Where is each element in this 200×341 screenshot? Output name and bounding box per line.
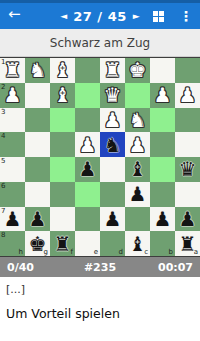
square-c8[interactable]: c♝ (125, 231, 150, 256)
square-e8[interactable]: e (75, 231, 100, 256)
square-c4[interactable]: ♟ (125, 132, 150, 157)
turn-status-bar: Schwarz am Zug (0, 29, 200, 57)
square-b8[interactable]: b (150, 231, 175, 256)
black-pawn: ♟ (129, 184, 147, 204)
white-pawn: ♟ (104, 110, 122, 130)
file-label-d: d (119, 248, 123, 256)
timer: 00:07 (131, 261, 193, 274)
square-g4[interactable] (25, 132, 50, 157)
square-a5[interactable]: ♛ (175, 157, 200, 182)
app-toolbar: ← ◄ 27 / 45 ► ⋮ (0, 0, 200, 29)
square-h1[interactable]: 1♜ (0, 58, 25, 83)
score-counter: 0/40 (7, 261, 69, 274)
square-d4[interactable]: ♞ (100, 132, 125, 157)
black-pawn: ♟ (4, 209, 22, 229)
file-label-a: a (194, 248, 198, 256)
black-pawn: ♟ (79, 159, 97, 179)
square-e6[interactable] (75, 182, 100, 207)
white-knight: ♞ (129, 110, 147, 130)
file-label-g: g (44, 248, 48, 256)
square-c5[interactable]: ♝ (125, 157, 150, 182)
white-bishop: ♝ (54, 85, 72, 105)
square-f3[interactable] (50, 108, 75, 133)
square-a1[interactable] (175, 58, 200, 83)
square-a6[interactable] (175, 182, 200, 207)
white-pawn: ♟ (129, 135, 147, 155)
back-arrow-icon[interactable]: ← (8, 7, 21, 22)
square-d7[interactable]: ♟ (100, 207, 125, 232)
black-knight: ♞ (104, 135, 122, 155)
puzzle-number: #235 (69, 261, 131, 274)
square-e7[interactable] (75, 207, 100, 232)
square-g5[interactable] (25, 157, 50, 182)
square-h7[interactable]: 7♟ (0, 207, 25, 232)
white-pawn: ♟ (154, 85, 172, 105)
rank-label-4: 4 (1, 132, 5, 140)
square-f8[interactable]: f♜ (50, 231, 75, 256)
square-d8[interactable]: d (100, 231, 125, 256)
square-a4[interactable] (175, 132, 200, 157)
square-h5[interactable]: 5 (0, 157, 25, 182)
square-h2[interactable]: 2♟ (0, 83, 25, 108)
file-label-h: h (19, 248, 23, 256)
rank-label-7: 7 (1, 207, 5, 215)
black-pawn: ♟ (104, 209, 122, 229)
black-pawn: ♟ (29, 209, 47, 229)
exercise-navigator: ◄ 27 / 45 ► (60, 3, 139, 29)
square-f4[interactable] (50, 132, 75, 157)
square-e5[interactable]: ♟ (75, 157, 100, 182)
square-d1[interactable]: ♜ (100, 58, 125, 83)
square-h8[interactable]: 8h (0, 231, 25, 256)
file-label-f: f (71, 248, 73, 256)
square-h4[interactable]: 4 (0, 132, 25, 157)
move-list-placeholder: [...] (6, 283, 194, 296)
file-label-e: e (94, 248, 98, 256)
next-exercise-icon[interactable]: ► (133, 12, 140, 21)
square-d3[interactable]: ♟ (100, 108, 125, 133)
file-label-b: b (169, 248, 173, 256)
rank-label-8: 8 (1, 231, 5, 239)
square-d2[interactable]: ♛ (100, 83, 125, 108)
square-f7[interactable] (50, 207, 75, 232)
file-label-c: c (144, 248, 148, 256)
square-e3[interactable] (75, 108, 100, 133)
square-h6[interactable]: 6 (0, 182, 25, 207)
square-g6[interactable] (25, 182, 50, 207)
square-b2[interactable]: ♟ (150, 83, 175, 108)
square-c2[interactable] (125, 83, 150, 108)
square-g1[interactable]: ♞ (25, 58, 50, 83)
square-c3[interactable]: ♞ (125, 108, 150, 133)
square-g7[interactable]: ♟ (25, 207, 50, 232)
puzzle-info-bar: 0/40 #235 00:07 (0, 257, 200, 277)
square-c6[interactable]: ♟ (125, 182, 150, 207)
white-knight: ♞ (29, 60, 47, 80)
square-a8[interactable]: a♜ (175, 231, 200, 256)
exercise-counter: 27 / 45 (73, 9, 126, 24)
toolbar-actions: ⋮ (153, 3, 193, 29)
square-e1[interactable] (75, 58, 100, 83)
white-rook: ♜ (4, 60, 22, 80)
square-b5[interactable] (150, 157, 175, 182)
overflow-menu-icon[interactable]: ⋮ (179, 9, 193, 23)
rank-label-3: 3 (1, 108, 5, 116)
white-queen: ♛ (104, 85, 122, 105)
square-g3[interactable] (25, 108, 50, 133)
square-d5[interactable] (100, 157, 125, 182)
black-pawn: ♟ (154, 209, 172, 229)
square-c7[interactable] (125, 207, 150, 232)
white-king: ♚ (129, 60, 147, 80)
black-rook: ♜ (54, 234, 72, 254)
square-b7[interactable]: ♟ (150, 207, 175, 232)
previous-exercise-icon[interactable]: ◄ (60, 12, 67, 21)
white-pawn: ♟ (4, 85, 22, 105)
square-b1[interactable] (150, 58, 175, 83)
rank-label-2: 2 (1, 83, 5, 91)
square-d6[interactable] (100, 182, 125, 207)
square-e2[interactable] (75, 83, 100, 108)
square-g2[interactable] (25, 83, 50, 108)
turn-status-text: Schwarz am Zug (50, 36, 150, 50)
square-a2[interactable]: ♟ (175, 83, 200, 108)
square-a3[interactable] (175, 108, 200, 133)
square-e4[interactable]: ♟ (75, 132, 100, 157)
white-rook: ♜ (104, 60, 122, 80)
black-pawn: ♟ (179, 209, 197, 229)
square-f2[interactable]: ♝ (50, 83, 75, 108)
footer: [...] Um Vorteil spielen (0, 277, 200, 321)
square-f6[interactable] (50, 182, 75, 207)
rank-label-6: 6 (1, 182, 5, 190)
chess-board: 1♜♞♝♜♚2♟♝♛♟♟3♟♞4♟♞♟5♟♝♛6♟7♟♟♟♟♟8hg♚f♜edc… (0, 57, 200, 257)
black-queen: ♛ (179, 159, 197, 179)
exercise-grid-icon[interactable] (153, 11, 164, 22)
square-h3[interactable]: 3 (0, 108, 25, 133)
rank-label-1: 1 (1, 58, 5, 66)
square-f1[interactable]: ♝ (50, 58, 75, 83)
square-b4[interactable] (150, 132, 175, 157)
white-pawn: ♟ (79, 135, 97, 155)
square-b3[interactable] (150, 108, 175, 133)
square-b6[interactable] (150, 182, 175, 207)
rank-label-5: 5 (1, 157, 5, 165)
task-instruction: Um Vorteil spielen (6, 306, 194, 321)
white-pawn: ♟ (179, 85, 197, 105)
square-c1[interactable]: ♚ (125, 58, 150, 83)
square-g8[interactable]: g♚ (25, 231, 50, 256)
white-bishop: ♝ (54, 60, 72, 80)
square-f5[interactable] (50, 157, 75, 182)
black-bishop: ♝ (129, 159, 147, 179)
square-a7[interactable]: ♟ (175, 207, 200, 232)
